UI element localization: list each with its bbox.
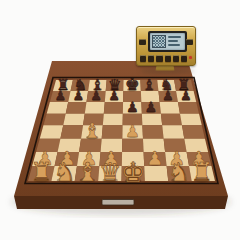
- square: [162, 125, 184, 138]
- white-bishop: ♝: [83, 119, 102, 143]
- device-button-row: [140, 54, 187, 63]
- square: [161, 114, 182, 126]
- square: [47, 102, 69, 114]
- square: [60, 125, 83, 138]
- square: [43, 114, 65, 126]
- lcd-bezel: [148, 31, 187, 52]
- square: [104, 102, 123, 114]
- white-queen: ♛: [99, 157, 122, 187]
- device-button: [165, 55, 171, 62]
- square: [180, 114, 202, 126]
- white-rook: ♜: [30, 157, 53, 187]
- white-pawn: ♟: [125, 122, 140, 141]
- white-knight: ♞: [53, 157, 76, 187]
- lcd-text-line: [168, 44, 180, 46]
- device-button: [181, 55, 187, 62]
- square: [160, 102, 180, 114]
- white-king: ♚: [121, 156, 146, 189]
- device-lcd-screen: [150, 33, 185, 50]
- black-pawn: ♟: [180, 88, 192, 103]
- black-pawn: ♟: [108, 88, 120, 103]
- lcd-text-line: [168, 36, 181, 38]
- white-rook: ♜: [190, 157, 213, 187]
- black-pawn: ♟: [162, 88, 174, 103]
- square: [85, 102, 105, 114]
- square: [102, 125, 123, 138]
- square: [182, 125, 205, 138]
- device-body: [136, 26, 196, 66]
- device-side-button-right: [186, 39, 193, 45]
- black-pawn: ♟: [126, 99, 139, 115]
- device-button: [173, 55, 179, 62]
- device-side-button-left: [139, 39, 146, 45]
- lcd-text-line: [168, 40, 178, 42]
- black-pawn: ♟: [72, 88, 84, 103]
- square: [66, 102, 87, 114]
- square: [142, 114, 162, 126]
- lcd-chess-diagram: [152, 35, 166, 48]
- square: [178, 102, 199, 114]
- device-stand: [156, 66, 175, 71]
- power-led: [189, 56, 192, 59]
- white-pawn: ♟: [146, 147, 163, 170]
- device-button: [140, 55, 146, 62]
- chess-computer: [136, 26, 196, 66]
- product-photo-scene: ♜♞♝♛♚♝♞♜♟♟♟♟♟♟♟♟♝♟♟♟♟♟♟♟♟♜♞♝♛♚♞♜: [0, 0, 240, 240]
- chess-board: ♜♞♝♛♚♝♞♜♟♟♟♟♟♟♟♟♝♟♟♟♟♟♟♟♟♜♞♝♛♚♞♜: [0, 0, 240, 240]
- black-pawn: ♟: [54, 88, 66, 103]
- black-pawn: ♟: [90, 88, 102, 103]
- square: [103, 114, 123, 126]
- device-button: [156, 55, 162, 62]
- square: [63, 114, 85, 126]
- brand-plaque: [102, 200, 134, 206]
- black-bishop: ♝: [142, 76, 156, 94]
- black-king: ♚: [125, 75, 140, 94]
- black-pawn: ♟: [145, 99, 158, 115]
- square: [40, 125, 64, 138]
- square: [142, 125, 163, 138]
- white-bishop: ♝: [76, 157, 99, 187]
- device-button: [148, 55, 154, 62]
- white-knight: ♞: [167, 157, 190, 187]
